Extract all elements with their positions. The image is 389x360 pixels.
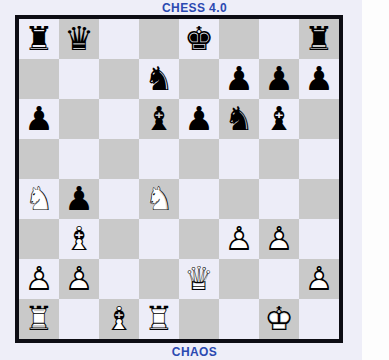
square-d8[interactable] [139, 19, 179, 59]
black-pawn: ♟ [299, 59, 339, 99]
white-pawn: ♙ [19, 259, 59, 299]
square-f2[interactable] [219, 259, 259, 299]
square-f7[interactable]: ♟ [219, 59, 259, 99]
square-c4[interactable] [99, 179, 139, 219]
square-g7[interactable]: ♟ [259, 59, 299, 99]
white-pawn: ♙ [299, 259, 339, 299]
black-knight: ♞ [139, 59, 179, 99]
square-b2[interactable]: ♟♙ [59, 259, 99, 299]
black-rook: ♜ [299, 19, 339, 59]
square-h5[interactable] [299, 139, 339, 179]
square-e7[interactable] [179, 59, 219, 99]
square-d4[interactable]: ♞♘ [139, 179, 179, 219]
square-h6[interactable] [299, 99, 339, 139]
square-a5[interactable] [19, 139, 59, 179]
white-rook: ♖ [139, 299, 179, 339]
black-pawn: ♟ [219, 59, 259, 99]
square-f1[interactable] [219, 299, 259, 339]
black-pawn: ♟ [59, 179, 99, 219]
white-knight: ♘ [19, 179, 59, 219]
square-d7[interactable]: ♞ [139, 59, 179, 99]
square-e8[interactable]: ♚ [179, 19, 219, 59]
white-player-label: CHAOS [0, 345, 389, 359]
square-b8[interactable]: ♛ [59, 19, 99, 59]
square-a1[interactable]: ♜♖ [19, 299, 59, 339]
square-b7[interactable] [59, 59, 99, 99]
white-queen: ♕ [179, 259, 219, 299]
square-b6[interactable] [59, 99, 99, 139]
square-g1[interactable]: ♚♔ [259, 299, 299, 339]
chess-board: ♜♛♚♜♞♟♟♟♟♝♟♞♝♞♘♟♞♘♝♗♟♙♟♙♟♙♟♙♛♕♟♙♜♖♝♗♜♖♚♔ [15, 15, 343, 343]
square-d6[interactable]: ♝ [139, 99, 179, 139]
square-f5[interactable] [219, 139, 259, 179]
square-h3[interactable] [299, 219, 339, 259]
black-pawn: ♟ [19, 99, 59, 139]
square-h2[interactable]: ♟♙ [299, 259, 339, 299]
square-b1[interactable] [59, 299, 99, 339]
square-g4[interactable] [259, 179, 299, 219]
white-bishop: ♗ [99, 299, 139, 339]
square-c3[interactable] [99, 219, 139, 259]
square-f3[interactable]: ♟♙ [219, 219, 259, 259]
square-b4[interactable]: ♟ [59, 179, 99, 219]
square-c5[interactable] [99, 139, 139, 179]
square-f4[interactable] [219, 179, 259, 219]
square-b3[interactable]: ♝♗ [59, 219, 99, 259]
square-b5[interactable] [59, 139, 99, 179]
square-e1[interactable] [179, 299, 219, 339]
black-player-label: CHESS 4.0 [0, 1, 389, 15]
square-g6[interactable]: ♝ [259, 99, 299, 139]
square-h4[interactable] [299, 179, 339, 219]
black-bishop: ♝ [259, 99, 299, 139]
white-king: ♔ [259, 299, 299, 339]
square-d2[interactable] [139, 259, 179, 299]
black-pawn: ♟ [179, 99, 219, 139]
square-g5[interactable] [259, 139, 299, 179]
white-bishop: ♗ [59, 219, 99, 259]
black-queen: ♛ [59, 19, 99, 59]
black-pawn: ♟ [259, 59, 299, 99]
black-rook: ♜ [19, 19, 59, 59]
black-king: ♚ [179, 19, 219, 59]
square-e4[interactable] [179, 179, 219, 219]
square-h7[interactable]: ♟ [299, 59, 339, 99]
white-rook: ♖ [19, 299, 59, 339]
square-e2[interactable]: ♛♕ [179, 259, 219, 299]
square-c8[interactable] [99, 19, 139, 59]
square-a7[interactable] [19, 59, 59, 99]
white-knight: ♘ [139, 179, 179, 219]
square-e3[interactable] [179, 219, 219, 259]
square-d1[interactable]: ♜♖ [139, 299, 179, 339]
square-d5[interactable] [139, 139, 179, 179]
square-a3[interactable] [19, 219, 59, 259]
square-c6[interactable] [99, 99, 139, 139]
white-pawn: ♙ [259, 219, 299, 259]
black-bishop: ♝ [139, 99, 179, 139]
square-a4[interactable]: ♞♘ [19, 179, 59, 219]
square-g3[interactable]: ♟♙ [259, 219, 299, 259]
white-pawn: ♙ [59, 259, 99, 299]
square-g2[interactable] [259, 259, 299, 299]
square-c1[interactable]: ♝♗ [99, 299, 139, 339]
square-c2[interactable] [99, 259, 139, 299]
square-a8[interactable]: ♜ [19, 19, 59, 59]
square-f8[interactable] [219, 19, 259, 59]
square-a6[interactable]: ♟ [19, 99, 59, 139]
square-c7[interactable] [99, 59, 139, 99]
black-knight: ♞ [219, 99, 259, 139]
square-e5[interactable] [179, 139, 219, 179]
square-h8[interactable]: ♜ [299, 19, 339, 59]
square-f6[interactable]: ♞ [219, 99, 259, 139]
square-d3[interactable] [139, 219, 179, 259]
square-e6[interactable]: ♟ [179, 99, 219, 139]
square-g8[interactable] [259, 19, 299, 59]
white-pawn: ♙ [219, 219, 259, 259]
square-a2[interactable]: ♟♙ [19, 259, 59, 299]
square-h1[interactable] [299, 299, 339, 339]
